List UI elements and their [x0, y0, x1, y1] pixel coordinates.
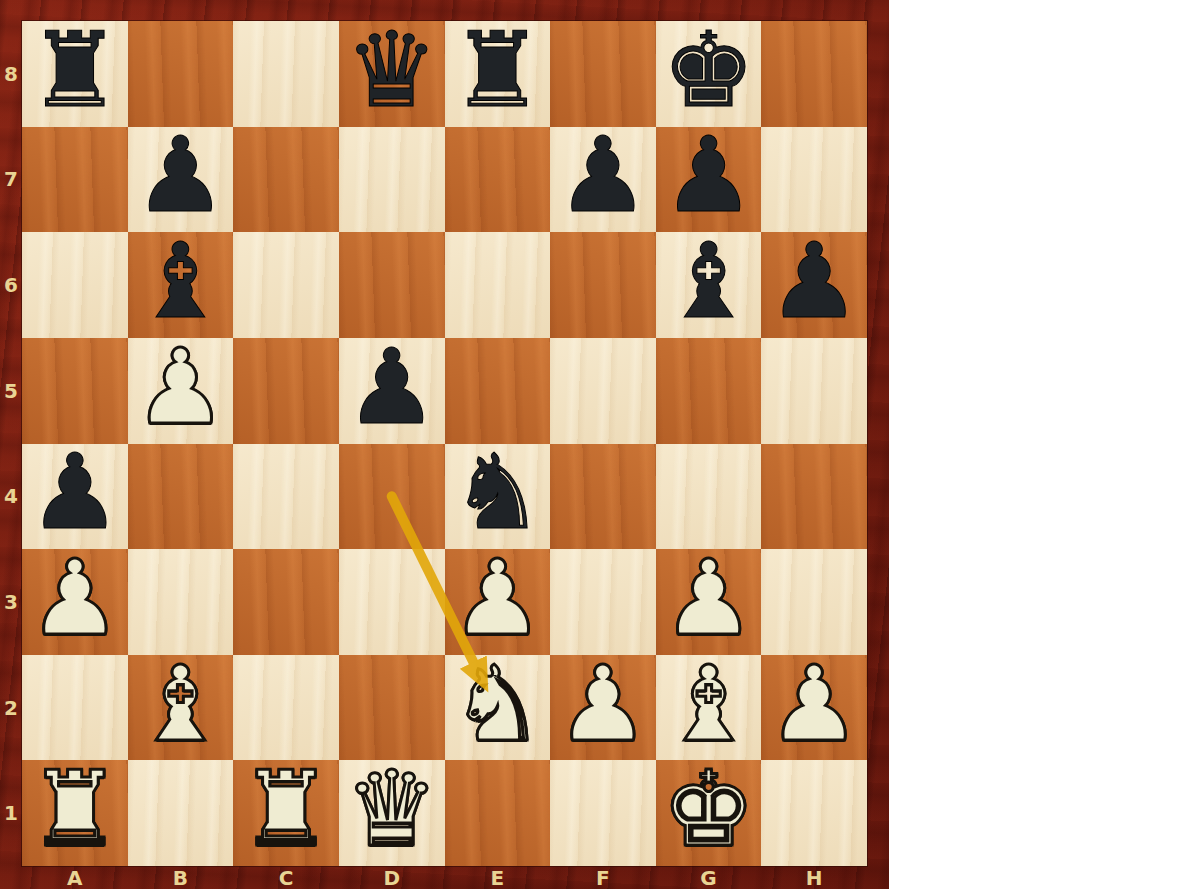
- piece-white-pawn-e3[interactable]: ♟: [451, 546, 544, 650]
- square-d4[interactable]: [339, 444, 445, 550]
- square-e5[interactable]: [445, 338, 551, 444]
- piece-white-bishop-g2[interactable]: ♝: [662, 652, 755, 756]
- rank-label-6: 6: [0, 232, 22, 338]
- square-b4[interactable]: [128, 444, 234, 550]
- square-g3[interactable]: ♟: [656, 549, 762, 655]
- rank-labels: 87654321: [0, 21, 22, 866]
- file-label-a: A: [22, 866, 128, 889]
- file-label-e: E: [445, 866, 551, 889]
- square-h1[interactable]: [761, 760, 867, 866]
- square-c4[interactable]: [233, 444, 339, 550]
- file-label-h: H: [761, 866, 867, 889]
- square-a4[interactable]: ♟: [22, 444, 128, 550]
- square-f1[interactable]: [550, 760, 656, 866]
- square-b6[interactable]: ♝: [128, 232, 234, 338]
- piece-white-pawn-g3[interactable]: ♟: [662, 546, 755, 650]
- square-h6[interactable]: ♟: [761, 232, 867, 338]
- square-b7[interactable]: ♟: [128, 127, 234, 233]
- square-d7[interactable]: [339, 127, 445, 233]
- square-h3[interactable]: [761, 549, 867, 655]
- rank-label-7: 7: [0, 127, 22, 233]
- piece-black-queen-d8[interactable]: ♛: [345, 18, 438, 122]
- piece-black-bishop-g6[interactable]: ♝: [662, 229, 755, 333]
- square-f4[interactable]: [550, 444, 656, 550]
- piece-white-rook-c1[interactable]: ♜: [239, 757, 332, 861]
- square-d8[interactable]: ♛: [339, 21, 445, 127]
- piece-black-rook-e8[interactable]: ♜: [451, 18, 544, 122]
- square-g8[interactable]: ♚: [656, 21, 762, 127]
- square-a6[interactable]: [22, 232, 128, 338]
- rank-label-8: 8: [0, 21, 22, 127]
- square-e3[interactable]: ♟: [445, 549, 551, 655]
- square-d2[interactable]: [339, 655, 445, 761]
- piece-black-pawn-f7[interactable]: ♟: [556, 123, 649, 227]
- square-a2[interactable]: [22, 655, 128, 761]
- square-d3[interactable]: [339, 549, 445, 655]
- piece-white-king-g1[interactable]: ♚: [662, 757, 755, 861]
- square-a7[interactable]: [22, 127, 128, 233]
- piece-white-pawn-f2[interactable]: ♟: [556, 652, 649, 756]
- piece-black-rook-a8[interactable]: ♜: [28, 18, 121, 122]
- file-label-g: G: [656, 866, 762, 889]
- square-f2[interactable]: ♟: [550, 655, 656, 761]
- square-b5[interactable]: ♟: [128, 338, 234, 444]
- square-c1[interactable]: ♜: [233, 760, 339, 866]
- square-h7[interactable]: [761, 127, 867, 233]
- piece-black-pawn-a4[interactable]: ♟: [28, 440, 121, 544]
- square-g5[interactable]: [656, 338, 762, 444]
- square-g6[interactable]: ♝: [656, 232, 762, 338]
- rank-label-1: 1: [0, 760, 22, 866]
- file-labels: ABCDEFGH: [22, 866, 867, 889]
- square-c8[interactable]: [233, 21, 339, 127]
- piece-black-bishop-b6[interactable]: ♝: [134, 229, 227, 333]
- square-f5[interactable]: [550, 338, 656, 444]
- square-f8[interactable]: [550, 21, 656, 127]
- square-f7[interactable]: ♟: [550, 127, 656, 233]
- square-g2[interactable]: ♝: [656, 655, 762, 761]
- square-c2[interactable]: [233, 655, 339, 761]
- square-h2[interactable]: ♟: [761, 655, 867, 761]
- square-c6[interactable]: [233, 232, 339, 338]
- square-g7[interactable]: ♟: [656, 127, 762, 233]
- square-c3[interactable]: [233, 549, 339, 655]
- square-g4[interactable]: [656, 444, 762, 550]
- rank-label-2: 2: [0, 655, 22, 761]
- square-a1[interactable]: ♜: [22, 760, 128, 866]
- piece-white-pawn-b5[interactable]: ♟: [134, 335, 227, 439]
- square-b3[interactable]: [128, 549, 234, 655]
- piece-black-pawn-d5[interactable]: ♟: [345, 335, 438, 439]
- square-c7[interactable]: [233, 127, 339, 233]
- square-b1[interactable]: [128, 760, 234, 866]
- square-b8[interactable]: [128, 21, 234, 127]
- square-d1[interactable]: ♛: [339, 760, 445, 866]
- square-d6[interactable]: [339, 232, 445, 338]
- square-d5[interactable]: ♟: [339, 338, 445, 444]
- square-e6[interactable]: [445, 232, 551, 338]
- file-label-f: F: [550, 866, 656, 889]
- piece-white-bishop-b2[interactable]: ♝: [134, 652, 227, 756]
- square-h5[interactable]: [761, 338, 867, 444]
- square-f6[interactable]: [550, 232, 656, 338]
- piece-black-pawn-h6[interactable]: ♟: [768, 229, 861, 333]
- rank-label-5: 5: [0, 338, 22, 444]
- piece-black-knight-e4[interactable]: ♞: [451, 440, 544, 544]
- square-a3[interactable]: ♟: [22, 549, 128, 655]
- square-e1[interactable]: [445, 760, 551, 866]
- file-label-c: C: [233, 866, 339, 889]
- rank-label-4: 4: [0, 444, 22, 550]
- square-g1[interactable]: ♚: [656, 760, 762, 866]
- square-a5[interactable]: [22, 338, 128, 444]
- board-frame: ♜♛♜♚♟♟♟♝♝♟♟♟♟♞♟♟♟♝♞♟♝♟♜♜♛♚ 87654321 ABCD…: [0, 0, 889, 889]
- square-h4[interactable]: [761, 444, 867, 550]
- chess-diagram: ♜♛♜♚♟♟♟♝♝♟♟♟♟♞♟♟♟♝♞♟♝♟♜♜♛♚ 87654321 ABCD…: [0, 0, 1200, 889]
- rank-label-3: 3: [0, 549, 22, 655]
- page-margin: [889, 0, 1200, 889]
- piece-white-rook-a1[interactable]: ♜: [28, 757, 121, 861]
- file-label-b: B: [128, 866, 234, 889]
- piece-white-pawn-a3[interactable]: ♟: [28, 546, 121, 650]
- file-label-d: D: [339, 866, 445, 889]
- piece-white-queen-d1[interactable]: ♛: [345, 757, 438, 861]
- square-e2[interactable]: ♞: [445, 655, 551, 761]
- piece-white-pawn-h2[interactable]: ♟: [768, 652, 861, 756]
- chess-board: ♜♛♜♚♟♟♟♝♝♟♟♟♟♞♟♟♟♝♞♟♝♟♜♜♛♚: [22, 21, 867, 866]
- square-a8[interactable]: ♜: [22, 21, 128, 127]
- piece-black-pawn-g7[interactable]: ♟: [662, 123, 755, 227]
- square-f3[interactable]: [550, 549, 656, 655]
- square-b2[interactable]: ♝: [128, 655, 234, 761]
- piece-black-king-g8[interactable]: ♚: [662, 18, 755, 122]
- square-c5[interactable]: [233, 338, 339, 444]
- square-e4[interactable]: ♞: [445, 444, 551, 550]
- square-e7[interactable]: [445, 127, 551, 233]
- piece-black-pawn-b7[interactable]: ♟: [134, 123, 227, 227]
- square-h8[interactable]: [761, 21, 867, 127]
- piece-white-knight-e2[interactable]: ♞: [451, 652, 544, 756]
- square-e8[interactable]: ♜: [445, 21, 551, 127]
